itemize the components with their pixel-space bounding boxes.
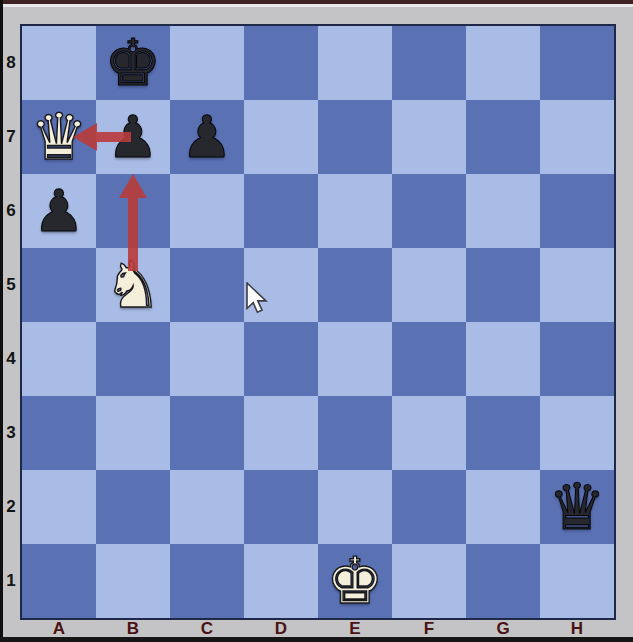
square-d8[interactable]	[244, 26, 318, 100]
square-c5[interactable]	[170, 248, 244, 322]
black-king-b8[interactable]: ♚	[96, 26, 170, 100]
square-e5[interactable]	[318, 248, 392, 322]
square-c4[interactable]	[170, 322, 244, 396]
black-pawn-b7[interactable]: ♟	[96, 100, 170, 174]
square-d5[interactable]	[244, 248, 318, 322]
square-f5[interactable]	[392, 248, 466, 322]
square-e7[interactable]	[318, 100, 392, 174]
black-queen-h2[interactable]: ♛	[540, 470, 614, 544]
square-g1[interactable]	[466, 544, 540, 618]
white-knight-b5[interactable]: ♞	[96, 248, 170, 322]
square-f1[interactable]	[392, 544, 466, 618]
square-d7[interactable]	[244, 100, 318, 174]
chess-app-window: 87654321 ABCDEFGH ♚♛♟♟♟♞♛♚	[0, 0, 633, 642]
rank-label-1: 1	[2, 544, 20, 618]
square-f8[interactable]	[392, 26, 466, 100]
file-label-C: C	[170, 620, 244, 638]
square-b6[interactable]	[96, 174, 170, 248]
square-f7[interactable]	[392, 100, 466, 174]
square-h8[interactable]	[540, 26, 614, 100]
square-h6[interactable]	[540, 174, 614, 248]
square-f2[interactable]	[392, 470, 466, 544]
square-g8[interactable]	[466, 26, 540, 100]
rank-label-2: 2	[2, 470, 20, 544]
file-label-H: H	[540, 620, 614, 638]
square-g5[interactable]	[466, 248, 540, 322]
rank-label-3: 3	[2, 396, 20, 470]
square-d1[interactable]	[244, 544, 318, 618]
chess-board: ♚♛♟♟♟♞♛♚	[20, 24, 616, 620]
file-label-B: B	[96, 620, 170, 638]
square-g6[interactable]	[466, 174, 540, 248]
square-b3[interactable]	[96, 396, 170, 470]
file-label-E: E	[318, 620, 392, 638]
square-h4[interactable]	[540, 322, 614, 396]
rank-label-6: 6	[2, 174, 20, 248]
square-g3[interactable]	[466, 396, 540, 470]
square-a2[interactable]	[22, 470, 96, 544]
square-d3[interactable]	[244, 396, 318, 470]
square-f4[interactable]	[392, 322, 466, 396]
window-top-highlight	[0, 4, 633, 7]
square-b1[interactable]	[96, 544, 170, 618]
rank-label-5: 5	[2, 248, 20, 322]
black-pawn-a6[interactable]: ♟	[22, 174, 96, 248]
square-f6[interactable]	[392, 174, 466, 248]
square-b4[interactable]	[96, 322, 170, 396]
square-c1[interactable]	[170, 544, 244, 618]
square-c2[interactable]	[170, 470, 244, 544]
rank-label-7: 7	[2, 100, 20, 174]
square-a1[interactable]	[22, 544, 96, 618]
file-label-D: D	[244, 620, 318, 638]
square-g2[interactable]	[466, 470, 540, 544]
square-e2[interactable]	[318, 470, 392, 544]
square-f3[interactable]	[392, 396, 466, 470]
square-b2[interactable]	[96, 470, 170, 544]
square-e6[interactable]	[318, 174, 392, 248]
square-h3[interactable]	[540, 396, 614, 470]
square-h5[interactable]	[540, 248, 614, 322]
square-d6[interactable]	[244, 174, 318, 248]
black-pawn-c7[interactable]: ♟	[170, 100, 244, 174]
file-label-A: A	[22, 620, 96, 638]
square-a5[interactable]	[22, 248, 96, 322]
rank-label-8: 8	[2, 26, 20, 100]
square-e3[interactable]	[318, 396, 392, 470]
file-label-F: F	[392, 620, 466, 638]
square-e4[interactable]	[318, 322, 392, 396]
square-a8[interactable]	[22, 26, 96, 100]
rank-label-4: 4	[2, 322, 20, 396]
square-d2[interactable]	[244, 470, 318, 544]
square-h7[interactable]	[540, 100, 614, 174]
square-a3[interactable]	[22, 396, 96, 470]
square-d4[interactable]	[244, 322, 318, 396]
square-a4[interactable]	[22, 322, 96, 396]
square-c6[interactable]	[170, 174, 244, 248]
square-e8[interactable]	[318, 26, 392, 100]
square-g7[interactable]	[466, 100, 540, 174]
white-king-e1[interactable]: ♚	[318, 544, 392, 618]
square-c3[interactable]	[170, 396, 244, 470]
square-c8[interactable]	[170, 26, 244, 100]
file-label-G: G	[466, 620, 540, 638]
square-g4[interactable]	[466, 322, 540, 396]
square-h1[interactable]	[540, 544, 614, 618]
white-queen-a7[interactable]: ♛	[22, 100, 96, 174]
